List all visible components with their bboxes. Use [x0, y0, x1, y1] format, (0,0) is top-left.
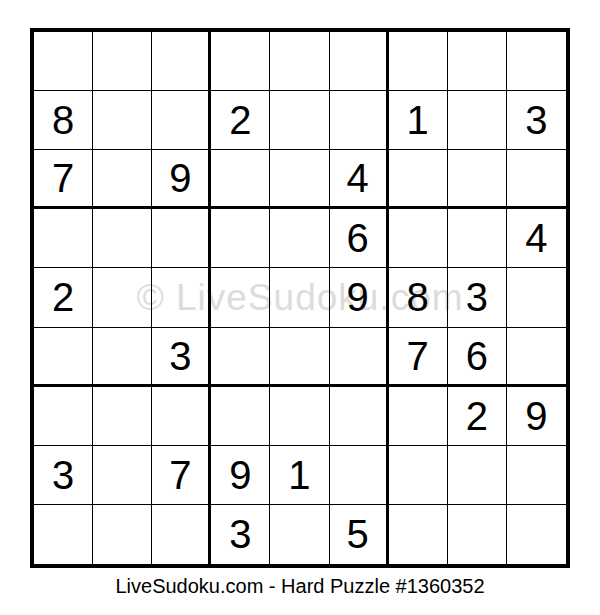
cell-r8c2[interactable] [93, 446, 152, 505]
cell-r7c1[interactable] [34, 387, 93, 446]
cell-r2c2[interactable] [93, 91, 152, 150]
cell-r6c6[interactable] [330, 328, 389, 387]
cell-r3c1[interactable]: 7 [34, 150, 93, 209]
cell-r5c2[interactable] [93, 268, 152, 327]
cell-r7c3[interactable] [152, 387, 211, 446]
cell-r4c8[interactable] [448, 209, 507, 268]
cell-r4c9[interactable]: 4 [507, 209, 566, 268]
cell-r8c5[interactable]: 1 [270, 446, 329, 505]
cell-r5c9[interactable] [507, 268, 566, 327]
cell-r5c7[interactable]: 8 [389, 268, 448, 327]
cell-r1c5[interactable] [270, 32, 329, 91]
cell-r9c9[interactable] [507, 505, 566, 564]
cell-r6c8[interactable]: 6 [448, 328, 507, 387]
cell-r2c5[interactable] [270, 91, 329, 150]
cell-r9c1[interactable] [34, 505, 93, 564]
cell-r6c1[interactable] [34, 328, 93, 387]
cell-r9c5[interactable] [270, 505, 329, 564]
cell-r3c9[interactable] [507, 150, 566, 209]
puzzle-caption: LiveSudoku.com - Hard Puzzle #1360352 [0, 574, 600, 598]
cell-r6c2[interactable] [93, 328, 152, 387]
cell-r2c7[interactable]: 1 [389, 91, 448, 150]
cell-r3c7[interactable] [389, 150, 448, 209]
cell-r1c2[interactable] [93, 32, 152, 91]
cell-r9c3[interactable] [152, 505, 211, 564]
cell-r7c8[interactable]: 2 [448, 387, 507, 446]
cell-r8c9[interactable] [507, 446, 566, 505]
cell-r8c8[interactable] [448, 446, 507, 505]
cell-r2c3[interactable] [152, 91, 211, 150]
cell-r8c4[interactable]: 9 [211, 446, 270, 505]
sudoku-board: © LiveSudoku.com 82137946429833762937913… [30, 28, 570, 568]
cell-r6c4[interactable] [211, 328, 270, 387]
cell-r2c6[interactable] [330, 91, 389, 150]
cell-r6c5[interactable] [270, 328, 329, 387]
cell-r2c9[interactable]: 3 [507, 91, 566, 150]
cell-r5c4[interactable] [211, 268, 270, 327]
cell-r1c3[interactable] [152, 32, 211, 91]
cell-r4c2[interactable] [93, 209, 152, 268]
cell-r8c6[interactable] [330, 446, 389, 505]
cell-r1c7[interactable] [389, 32, 448, 91]
cell-r5c8[interactable]: 3 [448, 268, 507, 327]
cell-r2c1[interactable]: 8 [34, 91, 93, 150]
cell-r8c1[interactable]: 3 [34, 446, 93, 505]
cell-r8c3[interactable]: 7 [152, 446, 211, 505]
cell-r3c5[interactable] [270, 150, 329, 209]
cell-r3c6[interactable]: 4 [330, 150, 389, 209]
cell-r3c3[interactable]: 9 [152, 150, 211, 209]
cell-r1c9[interactable] [507, 32, 566, 91]
cell-r4c1[interactable] [34, 209, 93, 268]
cell-r1c1[interactable] [34, 32, 93, 91]
cell-r6c7[interactable]: 7 [389, 328, 448, 387]
cell-r7c4[interactable] [211, 387, 270, 446]
cell-r4c5[interactable] [270, 209, 329, 268]
cell-r7c6[interactable] [330, 387, 389, 446]
cell-r4c7[interactable] [389, 209, 448, 268]
cell-r4c4[interactable] [211, 209, 270, 268]
cell-r7c7[interactable] [389, 387, 448, 446]
cell-r6c9[interactable] [507, 328, 566, 387]
cell-r1c6[interactable] [330, 32, 389, 91]
cell-r9c2[interactable] [93, 505, 152, 564]
cell-r2c4[interactable]: 2 [211, 91, 270, 150]
cell-r7c2[interactable] [93, 387, 152, 446]
cell-r5c1[interactable]: 2 [34, 268, 93, 327]
cell-r7c9[interactable]: 9 [507, 387, 566, 446]
cell-r1c4[interactable] [211, 32, 270, 91]
cell-r9c8[interactable] [448, 505, 507, 564]
cell-r3c8[interactable] [448, 150, 507, 209]
cell-r9c7[interactable] [389, 505, 448, 564]
cell-r4c3[interactable] [152, 209, 211, 268]
cell-r9c6[interactable]: 5 [330, 505, 389, 564]
cell-r5c5[interactable] [270, 268, 329, 327]
cell-r4c6[interactable]: 6 [330, 209, 389, 268]
cell-r9c4[interactable]: 3 [211, 505, 270, 564]
cell-r2c8[interactable] [448, 91, 507, 150]
sudoku-page: © LiveSudoku.com 82137946429833762937913… [0, 0, 600, 615]
cell-r1c8[interactable] [448, 32, 507, 91]
sudoku-grid: 821379464298337629379135 [34, 32, 566, 564]
cell-r6c3[interactable]: 3 [152, 328, 211, 387]
cell-r3c2[interactable] [93, 150, 152, 209]
cell-r7c5[interactable] [270, 387, 329, 446]
cell-r3c4[interactable] [211, 150, 270, 209]
cell-r8c7[interactable] [389, 446, 448, 505]
cell-r5c6[interactable]: 9 [330, 268, 389, 327]
cell-r5c3[interactable] [152, 268, 211, 327]
